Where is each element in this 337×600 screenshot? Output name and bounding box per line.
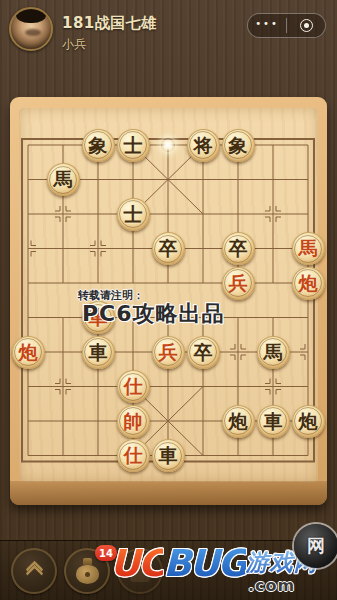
coins-button[interactable]: 14 [64, 548, 110, 594]
piece-glyph: 卒 [194, 343, 213, 362]
level-subtitle: 小兵 [62, 36, 86, 53]
header: 181战国七雄 小兵 ••• [0, 0, 337, 62]
more-dots-icon: ••• [255, 19, 279, 29]
piece-black-卒[interactable]: 卒 [187, 336, 220, 369]
piece-glyph: 馬 [264, 343, 283, 362]
piece-red-仕[interactable]: 仕 [117, 370, 150, 403]
piece-red-炮[interactable]: 炮 [12, 336, 45, 369]
piece-glyph: 炮 [299, 412, 318, 431]
site-name-blue: BUG [163, 542, 246, 585]
piece-black-士[interactable]: 士 [117, 129, 150, 162]
watermark-brand: PC6攻略出品 [82, 299, 225, 329]
piece-red-馬[interactable]: 馬 [292, 232, 325, 265]
miniprogram-capsule: ••• [247, 13, 326, 38]
piece-glyph: 炮 [229, 412, 248, 431]
app-screen: 181战国七雄 小兵 ••• 象士将象馬士卒卒馬兵炮車炮車兵卒馬仕帥炮車炮仕車 … [0, 0, 337, 600]
piece-black-卒[interactable]: 卒 [222, 232, 255, 265]
piece-glyph: 象 [229, 136, 248, 155]
piece-glyph: 卒 [159, 239, 178, 258]
site-badge-icon: 网 [294, 524, 337, 568]
piece-black-炮[interactable]: 炮 [292, 405, 325, 438]
piece-black-炮[interactable]: 炮 [222, 405, 255, 438]
piece-black-士[interactable]: 士 [117, 198, 150, 231]
piece-black-象[interactable]: 象 [222, 129, 255, 162]
piece-glyph: 馬 [54, 170, 73, 189]
piece-black-馬[interactable]: 馬 [47, 163, 80, 196]
avatar[interactable] [9, 7, 53, 51]
level-title: 181战国七雄 [62, 14, 157, 33]
piece-glyph: 車 [89, 343, 108, 362]
piece-glyph: 士 [124, 136, 143, 155]
piece-glyph: 卒 [229, 239, 248, 258]
piece-glyph: 兵 [229, 274, 248, 293]
more-button[interactable]: ••• [248, 14, 286, 37]
piece-glyph: 仕 [124, 377, 143, 396]
piece-red-兵[interactable]: 兵 [152, 336, 185, 369]
piece-black-卒[interactable]: 卒 [152, 232, 185, 265]
piece-glyph: 馬 [299, 239, 318, 258]
piece-glyph: 炮 [19, 343, 38, 362]
move-highlight [161, 138, 175, 152]
piece-glyph: 士 [124, 205, 143, 224]
piece-red-仕[interactable]: 仕 [117, 439, 150, 472]
site-domain: .com [248, 576, 295, 595]
piece-glyph: 兵 [159, 343, 178, 362]
coin-badge: 14 [95, 545, 117, 561]
piece-black-車[interactable]: 車 [257, 405, 290, 438]
close-button[interactable] [287, 14, 325, 37]
board-field[interactable]: 象士将象馬士卒卒馬兵炮車炮車兵卒馬仕帥炮車炮仕車 [19, 108, 318, 482]
money-bag-icon [76, 565, 99, 584]
piece-glyph: 仕 [124, 446, 143, 465]
piece-red-帥[interactable]: 帥 [117, 405, 150, 438]
piece-glyph: 将 [194, 136, 213, 155]
piece-black-車[interactable]: 車 [82, 336, 115, 369]
obscured-icon [130, 560, 150, 582]
piece-glyph: 象 [89, 136, 108, 155]
piece-black-車[interactable]: 車 [152, 439, 185, 472]
close-circle-icon [300, 19, 313, 32]
piece-black-象[interactable]: 象 [82, 129, 115, 162]
piece-black-将[interactable]: 将 [187, 129, 220, 162]
piece-glyph: 車 [159, 446, 178, 465]
piece-glyph: 車 [264, 412, 283, 431]
hint-button[interactable] [117, 548, 163, 594]
piece-glyph: 炮 [299, 274, 318, 293]
bottom-bar: 14 UCBUG游戏网 .com 网 [0, 540, 337, 600]
piece-black-馬[interactable]: 馬 [257, 336, 290, 369]
site-name-cn: 游戏网 [246, 549, 318, 575]
piece-glyph: 帥 [124, 412, 143, 431]
piece-red-兵[interactable]: 兵 [222, 267, 255, 300]
piece-red-炮[interactable]: 炮 [292, 267, 325, 300]
collapse-button[interactable] [11, 548, 57, 594]
